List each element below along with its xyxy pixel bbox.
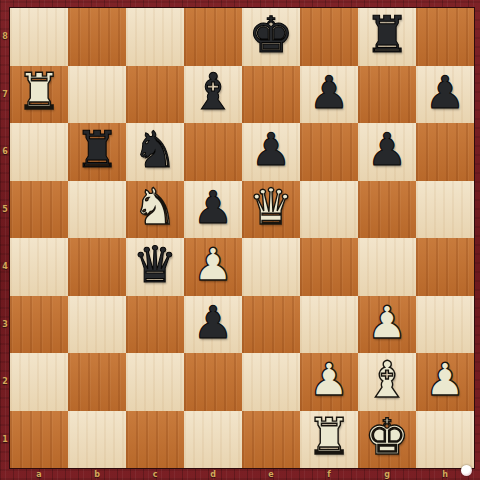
square-f7[interactable]: ♟ — [300, 66, 358, 124]
square-h1[interactable] — [416, 411, 474, 469]
file-labels: abcdefgh — [10, 468, 474, 480]
square-f5[interactable] — [300, 181, 358, 239]
square-d4[interactable]: ♟ — [184, 238, 242, 296]
rank-label-7: 7 — [0, 66, 10, 124]
square-h4[interactable] — [416, 238, 474, 296]
square-c5[interactable]: ♞ — [126, 181, 184, 239]
square-c4[interactable]: ♛ — [126, 238, 184, 296]
square-b6[interactable]: ♜ — [68, 123, 126, 181]
square-c3[interactable] — [126, 296, 184, 354]
black-pawn-icon[interactable]: ♟ — [193, 185, 233, 230]
black-knight-icon[interactable]: ♞ — [133, 125, 178, 175]
square-f1[interactable]: ♜ — [300, 411, 358, 469]
square-h6[interactable] — [416, 123, 474, 181]
square-e4[interactable] — [242, 238, 300, 296]
white-pawn-icon[interactable]: ♟ — [425, 357, 465, 402]
square-e6[interactable]: ♟ — [242, 123, 300, 181]
square-d6[interactable] — [184, 123, 242, 181]
black-rook-icon[interactable]: ♜ — [365, 10, 410, 60]
square-b7[interactable] — [68, 66, 126, 124]
square-h3[interactable] — [416, 296, 474, 354]
square-g4[interactable] — [358, 238, 416, 296]
white-rook-icon[interactable]: ♜ — [17, 67, 62, 117]
rank-labels: 87654321 — [0, 8, 10, 468]
square-b8[interactable] — [68, 8, 126, 66]
white-pawn-icon[interactable]: ♟ — [367, 300, 407, 345]
square-f2[interactable]: ♟ — [300, 353, 358, 411]
square-g3[interactable]: ♟ — [358, 296, 416, 354]
square-g5[interactable] — [358, 181, 416, 239]
square-g6[interactable]: ♟ — [358, 123, 416, 181]
square-a1[interactable] — [10, 411, 68, 469]
black-queen-icon[interactable]: ♛ — [133, 240, 178, 290]
file-label-g: g — [358, 468, 416, 480]
white-king-icon[interactable]: ♚ — [365, 412, 410, 462]
rank-label-6: 6 — [0, 123, 10, 181]
square-c8[interactable] — [126, 8, 184, 66]
white-queen-icon[interactable]: ♛ — [249, 182, 294, 232]
square-a2[interactable] — [10, 353, 68, 411]
square-e3[interactable] — [242, 296, 300, 354]
rank-label-2: 2 — [0, 353, 10, 411]
square-a6[interactable] — [10, 123, 68, 181]
square-h5[interactable] — [416, 181, 474, 239]
file-label-b: b — [68, 468, 126, 480]
square-a3[interactable] — [10, 296, 68, 354]
square-e2[interactable] — [242, 353, 300, 411]
black-rook-icon[interactable]: ♜ — [75, 125, 120, 175]
black-pawn-icon[interactable]: ♟ — [251, 127, 291, 172]
white-bishop-icon[interactable]: ♝ — [365, 355, 410, 405]
file-label-d: d — [184, 468, 242, 480]
square-e5[interactable]: ♛ — [242, 181, 300, 239]
square-b5[interactable] — [68, 181, 126, 239]
square-c2[interactable] — [126, 353, 184, 411]
square-f6[interactable] — [300, 123, 358, 181]
square-f8[interactable] — [300, 8, 358, 66]
square-g8[interactable]: ♜ — [358, 8, 416, 66]
square-a5[interactable] — [10, 181, 68, 239]
square-c7[interactable] — [126, 66, 184, 124]
square-d5[interactable]: ♟ — [184, 181, 242, 239]
square-e1[interactable] — [242, 411, 300, 469]
square-d2[interactable] — [184, 353, 242, 411]
white-pawn-icon[interactable]: ♟ — [309, 357, 349, 402]
rank-label-5: 5 — [0, 181, 10, 239]
rank-label-4: 4 — [0, 238, 10, 296]
black-pawn-icon[interactable]: ♟ — [367, 127, 407, 172]
square-h2[interactable]: ♟ — [416, 353, 474, 411]
file-label-e: e — [242, 468, 300, 480]
square-g1[interactable]: ♚ — [358, 411, 416, 469]
square-b3[interactable] — [68, 296, 126, 354]
black-pawn-icon[interactable]: ♟ — [309, 70, 349, 115]
file-label-a: a — [10, 468, 68, 480]
square-d1[interactable] — [184, 411, 242, 469]
square-b4[interactable] — [68, 238, 126, 296]
square-b1[interactable] — [68, 411, 126, 469]
square-g2[interactable]: ♝ — [358, 353, 416, 411]
black-bishop-icon[interactable]: ♝ — [191, 67, 236, 117]
square-a4[interactable] — [10, 238, 68, 296]
white-knight-icon[interactable]: ♞ — [133, 182, 178, 232]
rank-label-3: 3 — [0, 296, 10, 354]
square-c6[interactable]: ♞ — [126, 123, 184, 181]
file-label-f: f — [300, 468, 358, 480]
square-h8[interactable] — [416, 8, 474, 66]
square-b2[interactable] — [68, 353, 126, 411]
square-e8[interactable]: ♚ — [242, 8, 300, 66]
square-a7[interactable]: ♜ — [10, 66, 68, 124]
board-grid: ♚♜♜♝♟♟♜♞♟♟♞♟♛♛♟♟♟♟♝♟♜♚ — [10, 8, 474, 468]
square-g7[interactable] — [358, 66, 416, 124]
black-pawn-icon[interactable]: ♟ — [193, 300, 233, 345]
black-pawn-icon[interactable]: ♟ — [425, 70, 465, 115]
rank-label-8: 8 — [0, 8, 10, 66]
square-d8[interactable] — [184, 8, 242, 66]
square-e7[interactable] — [242, 66, 300, 124]
white-rook-icon[interactable]: ♜ — [307, 412, 352, 462]
rank-label-1: 1 — [0, 411, 10, 469]
square-h7[interactable]: ♟ — [416, 66, 474, 124]
square-d7[interactable]: ♝ — [184, 66, 242, 124]
square-d3[interactable]: ♟ — [184, 296, 242, 354]
white-pawn-icon[interactable]: ♟ — [193, 242, 233, 287]
square-f3[interactable] — [300, 296, 358, 354]
square-a8[interactable] — [10, 8, 68, 66]
square-c1[interactable] — [126, 411, 184, 469]
file-label-c: c — [126, 468, 184, 480]
chessboard: ♚♜♜♝♟♟♜♞♟♟♞♟♛♛♟♟♟♟♝♟♜♚ 87654321 abcdefgh — [0, 0, 480, 480]
black-king-icon[interactable]: ♚ — [249, 10, 294, 60]
corner-button[interactable] — [461, 465, 472, 476]
square-f4[interactable] — [300, 238, 358, 296]
